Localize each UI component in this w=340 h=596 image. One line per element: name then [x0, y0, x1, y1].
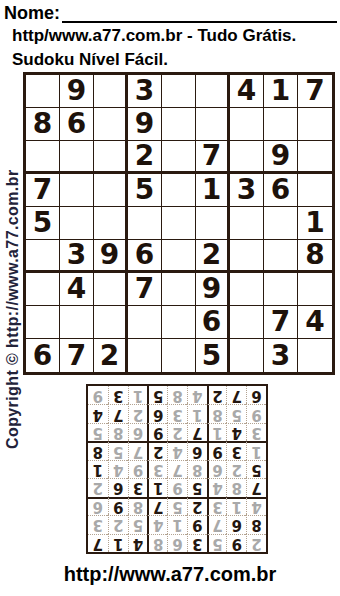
cell-r1c2[interactable]: 9 — [60, 75, 94, 108]
cell-r7c6: 9 — [147, 423, 167, 441]
cell-r7c5[interactable] — [162, 273, 196, 306]
cell-r7c3: 1 — [207, 423, 227, 441]
cell-r2c2: 6 — [226, 515, 246, 533]
cell-r6c6: 2 — [147, 441, 167, 459]
cell-r8c5: 3 — [167, 404, 187, 422]
cell-r4c9: 2 — [88, 478, 108, 496]
cell-r1c1[interactable] — [26, 75, 60, 108]
cell-r8c8[interactable]: 7 — [264, 306, 298, 339]
cell-r2c7[interactable] — [230, 108, 264, 141]
cell-r2c7: 5 — [128, 515, 148, 533]
cell-r1c3: 5 — [207, 534, 227, 552]
cell-r2c2[interactable]: 6 — [60, 108, 94, 141]
cell-r3c7[interactable] — [230, 141, 264, 174]
cell-r7c7: 6 — [128, 423, 148, 441]
cell-r3c6: 7 — [147, 497, 167, 515]
cell-r9c1[interactable]: 6 — [26, 339, 60, 372]
copyright-vertical-text: Copyright © http://www.a77.com.br — [4, 75, 22, 449]
cell-r4c6[interactable]: 1 — [196, 174, 230, 207]
cell-r3c4[interactable]: 2 — [128, 141, 162, 174]
cell-r2c8[interactable] — [264, 108, 298, 141]
cell-r5c8[interactable] — [264, 207, 298, 240]
cell-r6c8: 5 — [108, 441, 128, 459]
cell-r9c8[interactable]: 3 — [264, 339, 298, 372]
cell-r9c5: 8 — [167, 386, 187, 404]
cell-r2c6[interactable] — [196, 108, 230, 141]
cell-r3c5[interactable] — [162, 141, 196, 174]
cell-r6c9: 8 — [88, 441, 108, 459]
cell-r9c9[interactable] — [298, 339, 332, 372]
cell-r6c7[interactable] — [230, 240, 264, 273]
cell-r4c7: 3 — [128, 478, 148, 496]
cell-r8c9: 4 — [88, 404, 108, 422]
cell-r7c1: 3 — [246, 423, 266, 441]
cell-r9c3[interactable]: 2 — [94, 339, 128, 372]
cell-r7c5: 2 — [167, 423, 187, 441]
cell-r8c8: 7 — [108, 404, 128, 422]
cell-r7c1[interactable] — [26, 273, 60, 306]
cell-r8c2[interactable] — [60, 306, 94, 339]
cell-r3c3[interactable] — [94, 141, 128, 174]
cell-r2c5[interactable] — [162, 108, 196, 141]
cell-r1c3[interactable] — [94, 75, 128, 108]
cell-r6c5[interactable] — [162, 240, 196, 273]
cell-r2c4: 9 — [187, 515, 207, 533]
cell-r9c2[interactable]: 7 — [60, 339, 94, 372]
cell-r5c6[interactable] — [196, 207, 230, 240]
cell-r3c2[interactable] — [60, 141, 94, 174]
cell-r8c4[interactable] — [128, 306, 162, 339]
cell-r5c8: 4 — [108, 460, 128, 478]
cell-r6c5: 4 — [167, 441, 187, 459]
cell-r9c3: 2 — [207, 386, 227, 404]
cell-r3c6[interactable]: 7 — [196, 141, 230, 174]
cell-r3c9[interactable] — [298, 141, 332, 174]
cell-r4c7[interactable]: 3 — [230, 174, 264, 207]
cell-r1c7[interactable]: 4 — [230, 75, 264, 108]
cell-r6c6[interactable]: 2 — [196, 240, 230, 273]
cell-r2c9: 3 — [88, 515, 108, 533]
cell-r3c8[interactable]: 9 — [264, 141, 298, 174]
site-header: http/www.a77.com.br - Tudo Grátis. — [12, 26, 296, 46]
cell-r7c4: 7 — [187, 423, 207, 441]
cell-r1c5[interactable] — [162, 75, 196, 108]
cell-r8c2: 5 — [226, 404, 246, 422]
cell-r5c6: 3 — [147, 460, 167, 478]
cell-r8c6: 6 — [147, 404, 167, 422]
cell-r2c5: 1 — [167, 515, 187, 533]
cell-r2c6: 4 — [147, 515, 167, 533]
cell-r5c3[interactable] — [94, 207, 128, 240]
cell-r6c7: 7 — [128, 441, 148, 459]
cell-r1c5: 6 — [167, 534, 187, 552]
sudoku-printable-page: Nome: http/www.a77.com.br - Tudo Grátis.… — [0, 0, 340, 596]
cell-r9c8: 3 — [108, 386, 128, 404]
cell-r3c1: 4 — [246, 497, 266, 515]
cell-r8c3: 8 — [207, 404, 227, 422]
cell-r5c9: 1 — [88, 460, 108, 478]
cell-r1c9[interactable]: 7 — [298, 75, 332, 108]
cell-r2c8: 2 — [108, 515, 128, 533]
cell-r4c1: 7 — [246, 478, 266, 496]
cell-r9c6: 5 — [147, 386, 167, 404]
cell-r4c8: 6 — [108, 478, 128, 496]
cell-r4c3[interactable] — [94, 174, 128, 207]
cell-r9c1: 6 — [246, 386, 266, 404]
cell-r2c3: 7 — [207, 515, 227, 533]
cell-r8c1[interactable] — [26, 306, 60, 339]
footer-url: http://www.a77.com.br — [0, 563, 340, 586]
cell-r1c7: 4 — [128, 534, 148, 552]
solution-board-rotated: 2953684178679145234132578967845913625268… — [86, 384, 268, 554]
cell-r8c7[interactable] — [230, 306, 264, 339]
cell-r1c1: 2 — [246, 534, 266, 552]
cell-r1c4[interactable]: 3 — [128, 75, 162, 108]
cell-r2c1[interactable]: 8 — [26, 108, 60, 141]
cell-r5c1: 5 — [246, 460, 266, 478]
cell-r5c3: 6 — [207, 460, 227, 478]
cell-r9c2: 7 — [226, 386, 246, 404]
cell-r3c7: 8 — [128, 497, 148, 515]
cell-r8c4: 1 — [187, 404, 207, 422]
cell-r1c2: 9 — [226, 534, 246, 552]
cell-r7c9: 5 — [88, 423, 108, 441]
cell-r5c5[interactable] — [162, 207, 196, 240]
cell-r8c3[interactable] — [94, 306, 128, 339]
cell-r8c7: 2 — [128, 404, 148, 422]
cell-r6c1[interactable] — [26, 240, 60, 273]
cell-r5c4[interactable] — [128, 207, 162, 240]
cell-r2c3[interactable] — [94, 108, 128, 141]
cell-r5c9[interactable]: 1 — [298, 207, 332, 240]
cell-r4c4: 5 — [187, 478, 207, 496]
cell-r3c3: 3 — [207, 497, 227, 515]
cell-r4c2[interactable] — [60, 174, 94, 207]
cell-r7c6[interactable]: 9 — [196, 273, 230, 306]
cell-r6c1: 1 — [246, 441, 266, 459]
cell-r9c7[interactable] — [230, 339, 264, 372]
cell-r7c8[interactable] — [264, 273, 298, 306]
cell-r4c3: 4 — [207, 478, 227, 496]
cell-r4c5: 9 — [167, 478, 187, 496]
cell-r7c9[interactable] — [298, 273, 332, 306]
name-blank-line — [62, 2, 337, 23]
cell-r6c3: 9 — [207, 441, 227, 459]
cell-r7c4[interactable]: 7 — [128, 273, 162, 306]
cell-r1c8: 1 — [108, 534, 128, 552]
cell-r6c4: 6 — [187, 441, 207, 459]
cell-r1c9: 7 — [88, 534, 108, 552]
cell-r8c6[interactable]: 6 — [196, 306, 230, 339]
cell-r3c4: 2 — [187, 497, 207, 515]
cell-r4c8[interactable]: 6 — [264, 174, 298, 207]
cell-r5c7: 9 — [128, 460, 148, 478]
cell-r6c2[interactable]: 3 — [60, 240, 94, 273]
cell-r3c9: 6 — [88, 497, 108, 515]
cell-r7c3[interactable] — [94, 273, 128, 306]
cell-r9c7: 1 — [128, 386, 148, 404]
cell-r4c6: 1 — [147, 478, 167, 496]
cell-r4c9[interactable] — [298, 174, 332, 207]
cell-r1c8[interactable]: 1 — [264, 75, 298, 108]
cell-r6c3[interactable]: 9 — [94, 240, 128, 273]
cell-r8c9[interactable]: 4 — [298, 306, 332, 339]
name-row: Nome: — [4, 2, 337, 23]
cell-r9c5[interactable] — [162, 339, 196, 372]
cell-r2c4[interactable]: 9 — [128, 108, 162, 141]
cell-r5c1[interactable]: 5 — [26, 207, 60, 240]
cell-r4c5[interactable] — [162, 174, 196, 207]
cell-r6c2: 3 — [226, 441, 246, 459]
cell-r4c4[interactable]: 5 — [128, 174, 162, 207]
cell-r2c1: 8 — [246, 515, 266, 533]
cell-r9c4: 4 — [187, 386, 207, 404]
cell-r8c1: 9 — [246, 404, 266, 422]
cell-r8c5[interactable] — [162, 306, 196, 339]
cell-r9c6[interactable]: 5 — [196, 339, 230, 372]
cell-r4c2: 8 — [226, 478, 246, 496]
cell-r3c5: 5 — [167, 497, 187, 515]
cell-r1c4: 3 — [187, 534, 207, 552]
cell-r7c2[interactable]: 4 — [60, 273, 94, 306]
cell-r5c2: 2 — [226, 460, 246, 478]
cell-r9c4[interactable] — [128, 339, 162, 372]
cell-r3c8: 9 — [108, 497, 128, 515]
cell-r6c9[interactable]: 8 — [298, 240, 332, 273]
cell-r5c2[interactable] — [60, 207, 94, 240]
cell-r6c8[interactable] — [264, 240, 298, 273]
cell-r3c2: 1 — [226, 497, 246, 515]
cell-r6c4[interactable]: 6 — [128, 240, 162, 273]
cell-r4c1[interactable]: 7 — [26, 174, 60, 207]
cell-r7c8: 8 — [108, 423, 128, 441]
cell-r9c9: 9 — [88, 386, 108, 404]
cell-r3c1[interactable] — [26, 141, 60, 174]
cell-r1c6: 8 — [147, 534, 167, 552]
cell-r1c6[interactable] — [196, 75, 230, 108]
difficulty-label: Sudoku Nível Fácil. — [12, 50, 168, 70]
cell-r5c4: 8 — [187, 460, 207, 478]
cell-r2c9[interactable] — [298, 108, 332, 141]
cell-r5c7[interactable] — [230, 207, 264, 240]
sudoku-board: 9341786927975136513962847967467253 — [23, 72, 335, 375]
cell-r5c5: 7 — [167, 460, 187, 478]
cell-r7c7[interactable] — [230, 273, 264, 306]
name-label: Nome: — [4, 3, 60, 23]
cell-r7c2: 4 — [226, 423, 246, 441]
